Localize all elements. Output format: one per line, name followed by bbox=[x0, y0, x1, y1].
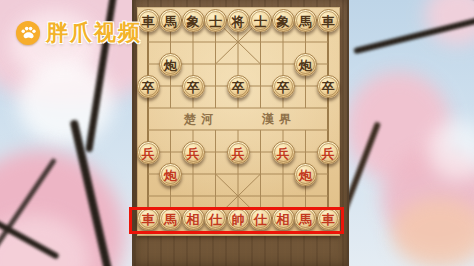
brand-logo: 胖爪视频 bbox=[16, 18, 142, 48]
piece-black-soldier[interactable]: 卒 bbox=[317, 75, 340, 98]
piece-black-general[interactable]: 将 bbox=[227, 9, 250, 32]
highlight-rectangle bbox=[129, 207, 344, 234]
piece-glyph: 兵 bbox=[142, 146, 155, 159]
piece-black-horse[interactable]: 馬 bbox=[294, 9, 317, 32]
screenshot-stage: 楚河 漢界 車馬象士将士象馬車炮炮卒卒卒卒卒兵兵兵兵兵炮炮車馬相仕帥仕相馬車 胖… bbox=[0, 0, 474, 266]
piece-black-advisor[interactable]: 士 bbox=[204, 9, 227, 32]
brand-name: 胖爪视频 bbox=[46, 18, 142, 48]
piece-glyph: 卒 bbox=[277, 80, 290, 93]
piece-red-soldier[interactable]: 兵 bbox=[137, 141, 160, 164]
piece-glyph: 車 bbox=[322, 14, 335, 27]
piece-glyph: 車 bbox=[142, 14, 155, 27]
piece-glyph: 炮 bbox=[299, 168, 312, 181]
piece-black-soldier[interactable]: 卒 bbox=[137, 75, 160, 98]
piece-glyph: 象 bbox=[277, 14, 290, 27]
piece-glyph: 炮 bbox=[164, 58, 177, 71]
piece-glyph: 将 bbox=[232, 14, 245, 27]
piece-red-soldier[interactable]: 兵 bbox=[227, 141, 250, 164]
piece-red-soldier[interactable]: 兵 bbox=[272, 141, 295, 164]
piece-black-elephant[interactable]: 象 bbox=[272, 9, 295, 32]
piece-glyph: 馬 bbox=[164, 14, 177, 27]
piece-black-soldier[interactable]: 卒 bbox=[227, 75, 250, 98]
paw-icon bbox=[16, 21, 40, 45]
piece-red-cannon[interactable]: 炮 bbox=[159, 163, 182, 186]
piece-black-cannon[interactable]: 炮 bbox=[159, 53, 182, 76]
piece-glyph: 兵 bbox=[232, 146, 245, 159]
piece-black-cannon[interactable]: 炮 bbox=[294, 53, 317, 76]
piece-glyph: 卒 bbox=[232, 80, 245, 93]
piece-black-horse[interactable]: 馬 bbox=[159, 9, 182, 32]
piece-black-advisor[interactable]: 士 bbox=[249, 9, 272, 32]
piece-red-cannon[interactable]: 炮 bbox=[294, 163, 317, 186]
piece-red-soldier[interactable]: 兵 bbox=[182, 141, 205, 164]
piece-glyph: 兵 bbox=[322, 146, 335, 159]
piece-black-rook[interactable]: 車 bbox=[317, 9, 340, 32]
piece-red-soldier[interactable]: 兵 bbox=[317, 141, 340, 164]
piece-glyph: 炮 bbox=[164, 168, 177, 181]
piece-glyph: 士 bbox=[209, 14, 222, 27]
piece-glyph: 馬 bbox=[299, 14, 312, 27]
piece-glyph: 象 bbox=[187, 14, 200, 27]
piece-black-soldier[interactable]: 卒 bbox=[272, 75, 295, 98]
piece-black-soldier[interactable]: 卒 bbox=[182, 75, 205, 98]
piece-glyph: 兵 bbox=[277, 146, 290, 159]
piece-glyph: 卒 bbox=[142, 80, 155, 93]
piece-glyph: 卒 bbox=[187, 80, 200, 93]
piece-glyph: 卒 bbox=[322, 80, 335, 93]
piece-black-elephant[interactable]: 象 bbox=[182, 9, 205, 32]
piece-glyph: 兵 bbox=[187, 146, 200, 159]
piece-glyph: 士 bbox=[254, 14, 267, 27]
piece-glyph: 炮 bbox=[299, 58, 312, 71]
